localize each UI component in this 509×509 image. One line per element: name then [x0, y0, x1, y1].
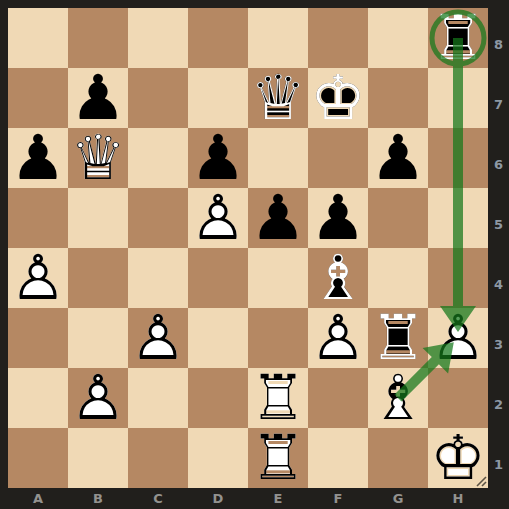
piece-white-bishop-g2[interactable]: ♝♗ — [368, 368, 428, 428]
black-pawn-glyph: ♟ — [368, 128, 428, 188]
piece-white-pawn-c3[interactable]: ♟♙ — [128, 308, 188, 368]
square-e2[interactable]: ♜♖ — [248, 368, 308, 428]
square-d3[interactable] — [188, 308, 248, 368]
square-a4[interactable]: ♟♙ — [8, 248, 68, 308]
piece-black-bishop-f4[interactable]: ♝♗ — [308, 248, 368, 308]
square-h2[interactable] — [428, 368, 488, 428]
square-e7[interactable]: ♛♕ — [248, 68, 308, 128]
white-pawn-outline: ♙ — [128, 308, 188, 368]
piece-white-rook-e2[interactable]: ♜♖ — [248, 368, 308, 428]
square-b4[interactable] — [68, 248, 128, 308]
square-e8[interactable] — [248, 8, 308, 68]
square-d5[interactable]: ♟♙ — [188, 188, 248, 248]
black-rook-outline: ♖ — [368, 308, 428, 368]
file-label-h: H — [428, 488, 488, 509]
piece-white-pawn-f3[interactable]: ♟♙ — [308, 308, 368, 368]
white-pawn-outline: ♙ — [8, 248, 68, 308]
square-d1[interactable] — [188, 428, 248, 488]
square-d8[interactable] — [188, 8, 248, 68]
piece-white-pawn-b2[interactable]: ♟♙ — [68, 368, 128, 428]
rank-label-5: 5 — [488, 194, 509, 254]
file-coordinates: ABCDEFGH — [8, 488, 488, 509]
square-g1[interactable] — [368, 428, 428, 488]
square-d2[interactable] — [188, 368, 248, 428]
piece-black-rook-g3[interactable]: ♜♖ — [368, 308, 428, 368]
square-h8[interactable]: ♜♖ — [428, 8, 488, 68]
square-g4[interactable] — [368, 248, 428, 308]
file-label-f: F — [308, 488, 368, 509]
square-g6[interactable]: ♟ — [368, 128, 428, 188]
square-h7[interactable] — [428, 68, 488, 128]
square-c6[interactable] — [128, 128, 188, 188]
piece-black-pawn-b7[interactable]: ♟ — [68, 68, 128, 128]
square-a8[interactable] — [8, 8, 68, 68]
piece-black-pawn-a6[interactable]: ♟ — [8, 128, 68, 188]
square-b8[interactable] — [68, 8, 128, 68]
square-e4[interactable] — [248, 248, 308, 308]
square-c4[interactable] — [128, 248, 188, 308]
square-h4[interactable] — [428, 248, 488, 308]
square-c8[interactable] — [128, 8, 188, 68]
file-label-d: D — [188, 488, 248, 509]
square-h1[interactable]: ♚♔ — [428, 428, 488, 488]
rank-label-6: 6 — [488, 134, 509, 194]
square-e5[interactable]: ♟ — [248, 188, 308, 248]
file-label-e: E — [248, 488, 308, 509]
square-d4[interactable] — [188, 248, 248, 308]
piece-white-rook-e1[interactable]: ♜♖ — [248, 428, 308, 488]
square-f5[interactable]: ♟ — [308, 188, 368, 248]
square-g7[interactable] — [368, 68, 428, 128]
square-h6[interactable] — [428, 128, 488, 188]
black-rook-outline: ♖ — [428, 8, 488, 68]
black-bishop-outline: ♗ — [308, 248, 368, 308]
black-pawn-glyph: ♟ — [68, 68, 128, 128]
square-a6[interactable]: ♟ — [8, 128, 68, 188]
rank-label-8: 8 — [488, 14, 509, 74]
white-pawn-outline: ♙ — [428, 308, 488, 368]
square-f6[interactable] — [308, 128, 368, 188]
white-queen-outline: ♕ — [68, 128, 128, 188]
square-e3[interactable] — [248, 308, 308, 368]
piece-black-pawn-g6[interactable]: ♟ — [368, 128, 428, 188]
black-king-outline: ♔ — [308, 68, 368, 128]
square-f2[interactable] — [308, 368, 368, 428]
square-c7[interactable] — [128, 68, 188, 128]
black-pawn-glyph: ♟ — [308, 188, 368, 248]
white-rook-outline: ♖ — [248, 428, 308, 488]
piece-black-queen-e7[interactable]: ♛♕ — [248, 68, 308, 128]
square-g5[interactable] — [368, 188, 428, 248]
rank-coordinates: 87654321 — [488, 8, 509, 488]
square-a3[interactable] — [8, 308, 68, 368]
piece-white-pawn-h3[interactable]: ♟♙ — [428, 308, 488, 368]
square-a7[interactable] — [8, 68, 68, 128]
piece-black-rook-h8[interactable]: ♜♖ — [428, 8, 488, 68]
rank-label-2: 2 — [488, 374, 509, 434]
black-pawn-glyph: ♟ — [188, 128, 248, 188]
white-bishop-outline: ♗ — [368, 368, 428, 428]
piece-white-queen-b6[interactable]: ♛♕ — [68, 128, 128, 188]
square-c5[interactable] — [128, 188, 188, 248]
square-h5[interactable] — [428, 188, 488, 248]
square-e6[interactable] — [248, 128, 308, 188]
black-pawn-glyph: ♟ — [8, 128, 68, 188]
square-c3[interactable]: ♟♙ — [128, 308, 188, 368]
black-pawn-glyph: ♟ — [248, 188, 308, 248]
piece-white-pawn-a4[interactable]: ♟♙ — [8, 248, 68, 308]
white-pawn-outline: ♙ — [68, 368, 128, 428]
square-e1[interactable]: ♜♖ — [248, 428, 308, 488]
square-g3[interactable]: ♜♖ — [368, 308, 428, 368]
square-f7[interactable]: ♚♔ — [308, 68, 368, 128]
rank-label-3: 3 — [488, 314, 509, 374]
white-pawn-outline: ♙ — [308, 308, 368, 368]
square-f1[interactable] — [308, 428, 368, 488]
piece-black-pawn-e5[interactable]: ♟ — [248, 188, 308, 248]
black-queen-outline: ♕ — [248, 68, 308, 128]
file-label-a: A — [8, 488, 68, 509]
piece-black-pawn-d6[interactable]: ♟ — [188, 128, 248, 188]
rank-label-7: 7 — [488, 74, 509, 134]
rank-label-1: 1 — [488, 434, 509, 494]
square-f3[interactable]: ♟♙ — [308, 308, 368, 368]
square-h3[interactable]: ♟♙ — [428, 308, 488, 368]
square-d6[interactable]: ♟ — [188, 128, 248, 188]
square-f8[interactable] — [308, 8, 368, 68]
square-g8[interactable] — [368, 8, 428, 68]
square-b7[interactable]: ♟ — [68, 68, 128, 128]
square-a2[interactable] — [8, 368, 68, 428]
file-label-c: C — [128, 488, 188, 509]
white-king-outline: ♔ — [428, 428, 488, 488]
square-c1[interactable] — [128, 428, 188, 488]
square-b6[interactable]: ♛♕ — [68, 128, 128, 188]
square-c2[interactable] — [128, 368, 188, 428]
file-label-g: G — [368, 488, 428, 509]
square-d7[interactable] — [188, 68, 248, 128]
square-b2[interactable]: ♟♙ — [68, 368, 128, 428]
piece-white-king-h1[interactable]: ♚♔ — [428, 428, 488, 488]
square-b5[interactable] — [68, 188, 128, 248]
piece-white-pawn-d5[interactable]: ♟♙ — [188, 188, 248, 248]
square-b1[interactable] — [68, 428, 128, 488]
file-label-b: B — [68, 488, 128, 509]
square-f4[interactable]: ♝♗ — [308, 248, 368, 308]
square-g2[interactable]: ♝♗ — [368, 368, 428, 428]
square-a1[interactable] — [8, 428, 68, 488]
white-pawn-outline: ♙ — [188, 188, 248, 248]
square-a5[interactable] — [8, 188, 68, 248]
white-rook-outline: ♖ — [248, 368, 308, 428]
piece-black-pawn-f5[interactable]: ♟ — [308, 188, 368, 248]
chess-board: ♜♖♟♛♕♚♔♟♛♕♟♟♟♙♟♟♟♙♝♗♟♙♟♙♜♖♟♙♟♙♜♖♝♗♜♖♚♔ — [8, 8, 488, 488]
piece-black-king-f7[interactable]: ♚♔ — [308, 68, 368, 128]
square-b3[interactable] — [68, 308, 128, 368]
rank-label-4: 4 — [488, 254, 509, 314]
